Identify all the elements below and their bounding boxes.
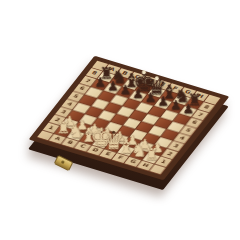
chess-set-photo: ABCDEFGH8♜♞♝♚♛♝♞♜87♟♟♟♟♟♟♟♟7665544332♟♟♟… — [0, 0, 240, 240]
